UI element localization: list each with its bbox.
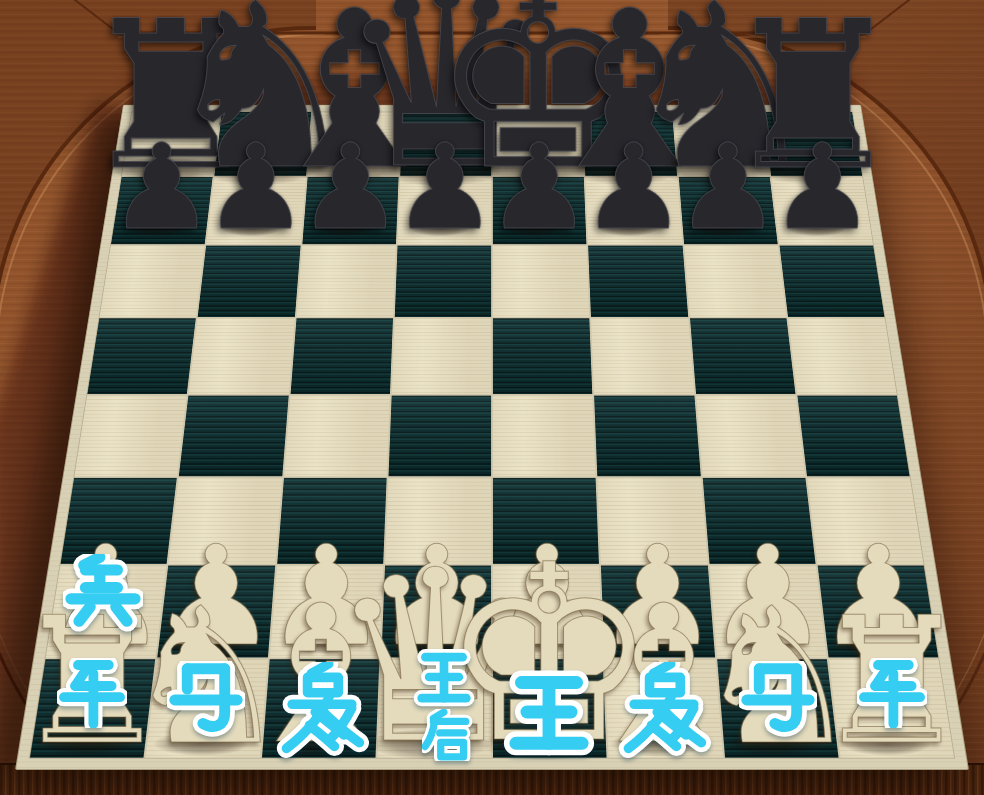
piece-label-knight xyxy=(739,661,817,739)
piece-label-bishop xyxy=(273,662,369,758)
piece-label-bishop xyxy=(615,662,711,758)
piece-label-rook xyxy=(57,658,127,728)
chess-game-window: ♜♞♝♛♚♝♞♜♟♟♟♟♟♟♟♟♟♟♟♟♟♟♟♟♜♞♝♛♚♝♞♜ xyxy=(0,0,984,795)
black-pawn[interactable]: ♟ xyxy=(298,128,404,246)
black-pawn[interactable]: ♟ xyxy=(109,128,215,246)
black-pawn[interactable]: ♟ xyxy=(203,128,309,246)
piece-label-pawn xyxy=(63,554,143,634)
piece-label-knight xyxy=(167,661,245,739)
piece-label-king xyxy=(503,666,595,758)
black-pawn[interactable]: ♟ xyxy=(769,128,875,246)
piece-label-rook xyxy=(857,658,927,728)
black-pawn[interactable]: ♟ xyxy=(486,128,592,246)
black-pawn[interactable]: ♟ xyxy=(581,128,687,246)
pieces-overlay: ♜♞♝♛♚♝♞♜♟♟♟♟♟♟♟♟♟♟♟♟♟♟♟♟♜♞♝♛♚♝♞♜ xyxy=(0,0,984,795)
piece-label-queen xyxy=(422,709,474,761)
black-pawn[interactable]: ♟ xyxy=(392,128,498,246)
piece-label-queen xyxy=(413,646,475,708)
black-pawn[interactable]: ♟ xyxy=(675,128,781,246)
